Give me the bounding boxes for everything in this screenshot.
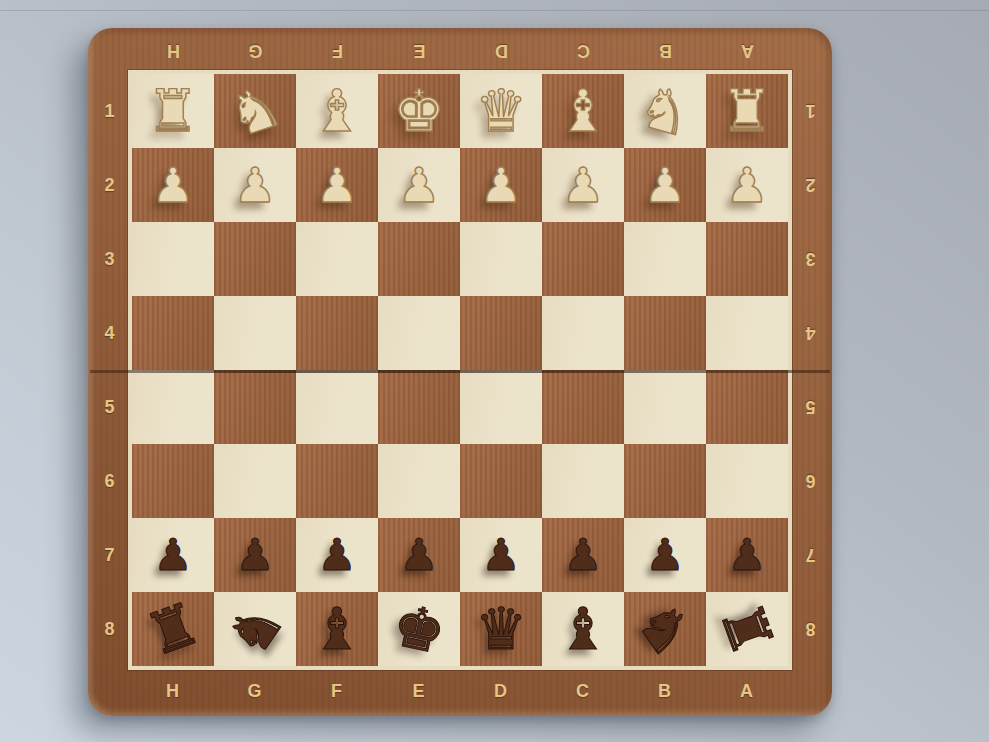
file-bottom-label-h: H [132,666,214,716]
square-c2[interactable]: ♟ [542,148,624,222]
file-bottom-label-b: B [624,666,706,716]
square-e3[interactable] [378,222,460,296]
square-a7[interactable]: ♟ [706,518,788,592]
square-a8[interactable]: ♜ [706,592,788,666]
file-bottom-label-d: D [460,666,542,716]
rank-left-label-1: 1 [88,74,132,148]
square-d1[interactable]: ♛ [460,74,542,148]
square-g5[interactable] [214,370,296,444]
square-c4[interactable] [542,296,624,370]
rank-right-label-8: 8 [788,592,832,666]
black-pawn-b7[interactable]: ♟ [645,533,684,577]
square-f6[interactable] [296,444,378,518]
square-h5[interactable] [132,370,214,444]
white-pawn-a2[interactable]: ♟ [725,161,768,209]
white-pawn-g2[interactable]: ♟ [233,161,276,209]
file-top-label-e: E [378,28,460,74]
rank-right-label-2: 2 [788,148,832,222]
white-bishop-f1[interactable]: ♝ [311,82,363,140]
square-h3[interactable] [132,222,214,296]
black-bishop-f8[interactable]: ♝ [311,600,363,658]
square-a1[interactable]: ♜ [706,74,788,148]
file-top-label-d: D [460,28,542,74]
black-pawn-a7[interactable]: ♟ [727,533,766,577]
square-g2[interactable]: ♟ [214,148,296,222]
square-d8[interactable]: ♛ [460,592,542,666]
file-labels-top: HGFEDCBA [132,28,788,74]
file-labels-bottom: HGFEDCBA [132,666,788,716]
rank-left-label-2: 2 [88,148,132,222]
file-bottom-label-f: F [296,666,378,716]
white-pawn-e2[interactable]: ♟ [397,161,440,209]
square-b6[interactable] [624,444,706,518]
square-a4[interactable] [706,296,788,370]
black-pawn-g7[interactable]: ♟ [235,533,274,577]
square-b8[interactable]: ♞ [624,592,706,666]
square-d4[interactable] [460,296,542,370]
black-pawn-d7[interactable]: ♟ [481,533,520,577]
rank-right-label-4: 4 [788,296,832,370]
square-f3[interactable] [296,222,378,296]
square-g6[interactable] [214,444,296,518]
square-f4[interactable] [296,296,378,370]
square-f1[interactable]: ♝ [296,74,378,148]
black-pawn-e7[interactable]: ♟ [399,533,438,577]
black-rook-h8[interactable]: ♜ [139,593,208,665]
square-h2[interactable]: ♟ [132,148,214,222]
square-g8[interactable]: ♞ [214,592,296,666]
square-g4[interactable] [214,296,296,370]
rank-left-label-7: 7 [88,518,132,592]
square-e8[interactable]: ♚ [378,592,460,666]
square-h6[interactable] [132,444,214,518]
square-g1[interactable]: ♞ [214,74,296,148]
rank-right-label-3: 3 [788,222,832,296]
square-b3[interactable] [624,222,706,296]
white-pawn-d2[interactable]: ♟ [479,161,522,209]
square-h1[interactable]: ♜ [132,74,214,148]
square-d7[interactable]: ♟ [460,518,542,592]
square-c7[interactable]: ♟ [542,518,624,592]
square-a5[interactable] [706,370,788,444]
white-pawn-f2[interactable]: ♟ [315,161,358,209]
file-top-label-c: C [542,28,624,74]
square-b1[interactable]: ♞ [624,74,706,148]
photo-background: HGFEDCBA HGFEDCBA 12345678 12345678 ♜♞♝♚… [0,0,989,742]
square-c6[interactable] [542,444,624,518]
black-knight-b8[interactable]: ♞ [626,591,703,667]
white-knight-b1[interactable]: ♞ [632,76,698,146]
square-e1[interactable]: ♚ [378,74,460,148]
square-b2[interactable]: ♟ [624,148,706,222]
square-b4[interactable] [624,296,706,370]
board-fold-seam [90,370,830,373]
square-b7[interactable]: ♟ [624,518,706,592]
file-top-label-b: B [624,28,706,74]
file-top-label-f: F [296,28,378,74]
file-bottom-label-g: G [214,666,296,716]
white-pawn-c2[interactable]: ♟ [561,161,604,209]
square-d2[interactable]: ♟ [460,148,542,222]
square-d3[interactable] [460,222,542,296]
black-king-e8[interactable]: ♚ [388,595,451,663]
square-f7[interactable]: ♟ [296,518,378,592]
square-b5[interactable] [624,370,706,444]
white-queen-d1[interactable]: ♛ [475,82,527,140]
square-c3[interactable] [542,222,624,296]
square-g3[interactable] [214,222,296,296]
square-e6[interactable] [378,444,460,518]
rank-right-label-6: 6 [788,444,832,518]
file-top-label-g: G [214,28,296,74]
square-e4[interactable] [378,296,460,370]
black-knight-g8[interactable]: ♞ [216,591,293,667]
square-d5[interactable] [460,370,542,444]
white-pawn-h2[interactable]: ♟ [151,161,194,209]
square-h8[interactable]: ♜ [132,592,214,666]
rank-left-label-6: 6 [88,444,132,518]
square-e7[interactable]: ♟ [378,518,460,592]
rank-left-label-3: 3 [88,222,132,296]
black-pawn-c7[interactable]: ♟ [563,533,602,577]
square-c1[interactable]: ♝ [542,74,624,148]
rank-right-label-7: 7 [788,518,832,592]
square-f2[interactable]: ♟ [296,148,378,222]
white-king-e1[interactable]: ♚ [393,82,445,140]
rank-right-label-5: 5 [788,370,832,444]
rank-left-label-8: 8 [88,592,132,666]
rank-right-label-1: 1 [788,74,832,148]
square-a2[interactable]: ♟ [706,148,788,222]
white-pawn-b2[interactable]: ♟ [643,161,686,209]
white-knight-g1[interactable]: ♞ [221,75,288,146]
square-h7[interactable]: ♟ [132,518,214,592]
file-top-label-h: H [132,28,214,74]
black-pawn-f7[interactable]: ♟ [317,533,356,577]
file-bottom-label-a: A [706,666,788,716]
square-d6[interactable] [460,444,542,518]
file-bottom-label-e: E [378,666,460,716]
square-c5[interactable] [542,370,624,444]
file-top-label-a: A [706,28,788,74]
square-f8[interactable]: ♝ [296,592,378,666]
square-f5[interactable] [296,370,378,444]
square-a6[interactable] [706,444,788,518]
black-bishop-c8[interactable]: ♝ [557,600,609,658]
square-a3[interactable] [706,222,788,296]
white-rook-a1[interactable]: ♜ [721,82,773,140]
rank-left-label-4: 4 [88,296,132,370]
file-bottom-label-c: C [542,666,624,716]
black-rook-a8[interactable]: ♜ [711,595,783,664]
chess-board: HGFEDCBA HGFEDCBA 12345678 12345678 ♜♞♝♚… [88,28,832,716]
square-h4[interactable] [132,296,214,370]
white-rook-h1[interactable]: ♜ [147,82,199,140]
rank-left-label-5: 5 [88,370,132,444]
square-g7[interactable]: ♟ [214,518,296,592]
white-bishop-c1[interactable]: ♝ [557,82,609,140]
black-queen-d8[interactable]: ♛ [475,600,527,658]
square-c8[interactable]: ♝ [542,592,624,666]
black-pawn-h7[interactable]: ♟ [153,533,192,577]
square-e2[interactable]: ♟ [378,148,460,222]
square-e5[interactable] [378,370,460,444]
